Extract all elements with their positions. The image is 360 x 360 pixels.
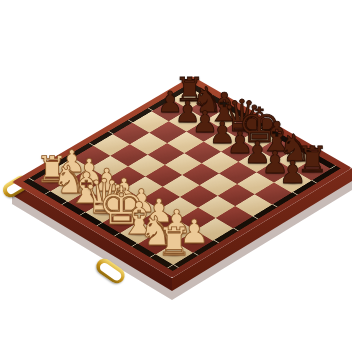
piece-white-rook-h1[interactable]: ♜ — [157, 223, 192, 262]
chess-set-scene: ♜♞♝♛♚♝♞♜♟♟♟♟♟♟♟♟♟♟♟♟♟♟♟♟♜♞♝♛♚♝♞♜ — [0, 0, 360, 360]
piece-black-pawn-h7[interactable]: ♟ — [279, 158, 307, 189]
